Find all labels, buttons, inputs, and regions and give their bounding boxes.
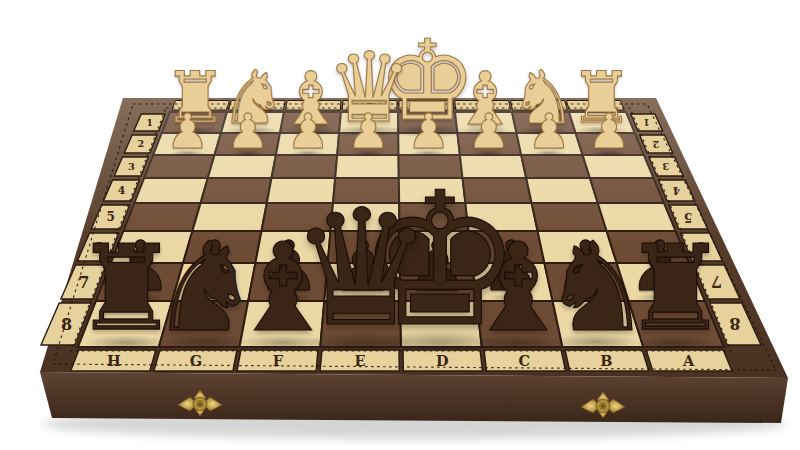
rank-label-right-6: 6 [696,239,706,255]
rank-label-right-1: 1 [643,117,649,128]
rank-label-left-7: 7 [78,273,89,292]
file-label-F: F [273,352,284,369]
rank-label-left-4: 4 [118,184,126,197]
file-label-far-B: B [534,101,540,110]
file-label-C: C [519,352,531,369]
file-label-G: G [190,352,202,369]
file-label-far-A: A [590,101,597,110]
rank-label-right-8: 8 [729,314,740,333]
rank-label-right-5: 5 [684,210,692,224]
rank-label-left-5: 5 [106,210,114,224]
file-label-H: H [107,352,121,369]
file-label-far-D: D [423,101,429,110]
file-label-far-F: F [312,101,317,110]
rank-label-left-1: 1 [147,117,153,128]
rank-label-right-7: 7 [711,272,722,291]
rank-label-left-2: 2 [137,138,144,149]
file-label-far-E: E [367,101,372,110]
rank-label-right-3: 3 [662,161,669,172]
chess-set-photo: HGFEDCBAHGFEDCBA1234567812345678 ♜♞♝♚♛♝♞… [0,0,800,450]
file-label-A: A [682,352,695,369]
box-front-panel [40,372,788,423]
rank-label-right-4: 4 [672,184,680,197]
rank-label-right-2: 2 [653,139,660,150]
rank-label-left-6: 6 [94,239,104,255]
chessboard: HGFEDCBAHGFEDCBA1234567812345678 [0,0,800,450]
file-label-far-C: C [478,101,484,110]
file-label-B: B [600,352,612,369]
file-label-far-H: H [199,101,206,110]
rank-label-left-3: 3 [128,161,135,172]
file-label-far-G: G [255,101,261,110]
